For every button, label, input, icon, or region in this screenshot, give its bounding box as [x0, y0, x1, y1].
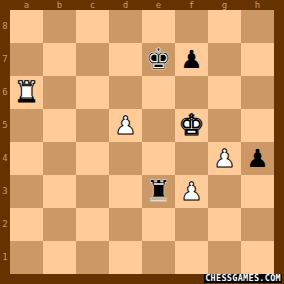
rank-labels: 87654321 — [0, 10, 10, 274]
square-c7 — [76, 43, 109, 76]
square-f8 — [175, 10, 208, 43]
square-a4 — [10, 142, 43, 175]
square-e8 — [142, 10, 175, 43]
square-c2 — [76, 208, 109, 241]
square-e2 — [142, 208, 175, 241]
square-g5 — [208, 109, 241, 142]
piece-black-king-e7: ♚ — [142, 43, 175, 76]
square-f4 — [175, 142, 208, 175]
square-b5 — [43, 109, 76, 142]
square-b4 — [43, 142, 76, 175]
square-a6: ♜ — [10, 76, 43, 109]
square-c4 — [76, 142, 109, 175]
piece-black-pawn-h4: ♟ — [241, 142, 274, 175]
square-d1 — [109, 241, 142, 274]
square-d7 — [109, 43, 142, 76]
square-d3 — [109, 175, 142, 208]
square-a3 — [10, 175, 43, 208]
square-e1 — [142, 241, 175, 274]
square-g7 — [208, 43, 241, 76]
rank-label-8: 8 — [0, 10, 10, 43]
square-g2 — [208, 208, 241, 241]
file-label-a: a — [10, 0, 43, 10]
square-d6 — [109, 76, 142, 109]
square-g4: ♟ — [208, 142, 241, 175]
square-f7: ♟ — [175, 43, 208, 76]
square-d8 — [109, 10, 142, 43]
square-h6 — [241, 76, 274, 109]
piece-white-pawn-f3: ♟ — [175, 175, 208, 208]
rank-label-3: 3 — [0, 175, 10, 208]
square-f3: ♟ — [175, 175, 208, 208]
piece-black-pawn-f7: ♟ — [175, 43, 208, 76]
square-e7: ♚ — [142, 43, 175, 76]
square-b2 — [43, 208, 76, 241]
square-a7 — [10, 43, 43, 76]
piece-white-king-f5: ♚ — [175, 109, 208, 142]
square-e4 — [142, 142, 175, 175]
square-f5: ♚ — [175, 109, 208, 142]
file-label-d: d — [109, 0, 142, 10]
chess-board: ♚♟♜♟♚♟♟♜♟ — [10, 10, 274, 274]
square-e5 — [142, 109, 175, 142]
rank-label-1: 1 — [0, 241, 10, 274]
square-c3 — [76, 175, 109, 208]
square-h7 — [241, 43, 274, 76]
square-g6 — [208, 76, 241, 109]
square-e3: ♜ — [142, 175, 175, 208]
file-label-h: h — [241, 0, 274, 10]
square-h1 — [241, 241, 274, 274]
rank-label-5: 5 — [0, 109, 10, 142]
square-h4: ♟ — [241, 142, 274, 175]
piece-black-rook-e3: ♜ — [142, 175, 175, 208]
square-a2 — [10, 208, 43, 241]
square-e6 — [142, 76, 175, 109]
rank-label-4: 4 — [0, 142, 10, 175]
square-d2 — [109, 208, 142, 241]
chessgames-com-link[interactable]: CHESSGAMES.COM — [204, 274, 282, 283]
square-d4 — [109, 142, 142, 175]
file-label-f: f — [175, 0, 208, 10]
square-c1 — [76, 241, 109, 274]
square-a5 — [10, 109, 43, 142]
square-b8 — [43, 10, 76, 43]
piece-white-pawn-d5: ♟ — [109, 109, 142, 142]
square-b6 — [43, 76, 76, 109]
square-c6 — [76, 76, 109, 109]
piece-white-rook-a6: ♜ — [10, 76, 43, 109]
square-h8 — [241, 10, 274, 43]
square-g8 — [208, 10, 241, 43]
square-b1 — [43, 241, 76, 274]
square-h3 — [241, 175, 274, 208]
file-label-e: e — [142, 0, 175, 10]
square-b3 — [43, 175, 76, 208]
square-c8 — [76, 10, 109, 43]
square-b7 — [43, 43, 76, 76]
square-a1 — [10, 241, 43, 274]
square-g1 — [208, 241, 241, 274]
square-d5: ♟ — [109, 109, 142, 142]
piece-white-pawn-g4: ♟ — [208, 142, 241, 175]
square-f6 — [175, 76, 208, 109]
rank-label-6: 6 — [0, 76, 10, 109]
rank-label-2: 2 — [0, 208, 10, 241]
square-h5 — [241, 109, 274, 142]
square-g3 — [208, 175, 241, 208]
file-label-c: c — [76, 0, 109, 10]
square-a8 — [10, 10, 43, 43]
square-f1 — [175, 241, 208, 274]
rank-label-7: 7 — [0, 43, 10, 76]
file-label-g: g — [208, 0, 241, 10]
file-labels: abcdefgh — [10, 0, 274, 10]
square-h2 — [241, 208, 274, 241]
file-label-b: b — [43, 0, 76, 10]
square-c5 — [76, 109, 109, 142]
square-f2 — [175, 208, 208, 241]
chess-board-diagram: abcdefgh 87654321 ♚♟♜♟♚♟♟♜♟ CHESSGAMES.C… — [0, 0, 284, 284]
